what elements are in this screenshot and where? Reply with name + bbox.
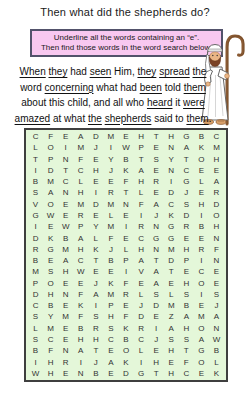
grid-cell: H <box>209 154 224 165</box>
grid-cell: D <box>88 131 103 142</box>
verse-line: about this child, and all who heard it w… <box>6 95 220 111</box>
grid-cell: E <box>149 165 164 176</box>
grid-cell: C <box>194 266 209 277</box>
grid-cell: L <box>118 244 133 255</box>
grid-cell: L <box>28 142 43 153</box>
grid-cell: B <box>73 323 88 334</box>
grid-cell: J <box>88 356 103 367</box>
grid-cell: E <box>58 199 73 210</box>
grid-cell: A <box>73 345 88 356</box>
grid-cell: F <box>43 131 58 142</box>
grid-cell: C <box>58 176 73 187</box>
grid-cell: S <box>149 289 164 300</box>
verse-word: amazed <box>15 113 51 124</box>
grid-cell: R <box>179 221 194 232</box>
grid-cell: T <box>179 154 194 165</box>
grid-cell: R <box>134 221 149 232</box>
grid-cell: F <box>118 176 133 187</box>
verse-word: told <box>165 82 181 93</box>
grid-cell: N <box>58 345 73 356</box>
grid-cell: G <box>134 368 149 379</box>
grid-cell: K <box>118 356 133 367</box>
grid-cell: M <box>194 311 209 322</box>
grid-cell: D <box>28 232 43 243</box>
grid-cell: T <box>179 345 194 356</box>
grid-cell: R <box>58 356 73 367</box>
grid-cell: M <box>43 176 58 187</box>
grid-cell: B <box>209 345 224 356</box>
grid-cell: E <box>58 323 73 334</box>
grid-cell: H <box>73 334 88 345</box>
grid-cell: G <box>164 232 179 243</box>
grid-cell: G <box>194 345 209 356</box>
grid-cell: P <box>73 221 88 232</box>
grid-cell: B <box>28 345 43 356</box>
grid-cell: E <box>103 176 118 187</box>
instruction-box: Underline all the words containing an “e… <box>30 29 223 57</box>
grid-cell: E <box>58 334 73 345</box>
verse-word: Him, <box>114 66 135 77</box>
grid-cell: E <box>118 210 133 221</box>
grid-cell: W <box>58 221 73 232</box>
grid-cell: A <box>88 289 103 300</box>
grid-cell: H <box>103 311 118 322</box>
grid-cell: K <box>118 323 133 334</box>
grid-cell: S <box>179 289 194 300</box>
grid-cell: J <box>149 210 164 221</box>
grid-cell: V <box>134 266 149 277</box>
grid-cell: H <box>179 323 194 334</box>
grid-cell: I <box>88 187 103 198</box>
grid-cell: T <box>28 154 43 165</box>
grid-cell: E <box>194 165 209 176</box>
grid-cell: D <box>88 199 103 210</box>
grid-cell: A <box>73 232 88 243</box>
grid-cell: M <box>164 244 179 255</box>
grid-cell: B <box>28 255 43 266</box>
grid-cell: E <box>103 368 118 379</box>
grid-cell: E <box>118 232 133 243</box>
grid-cell: C <box>179 165 194 176</box>
grid-cell: C <box>179 368 194 379</box>
grid-cell: C <box>164 199 179 210</box>
grid-cell: A <box>149 266 164 277</box>
grid-cell: O <box>194 154 209 165</box>
grid-cell: H <box>73 187 88 198</box>
grid-cell: D <box>43 165 58 176</box>
grid-cell: H <box>164 368 179 379</box>
grid-cell: T <box>149 255 164 266</box>
grid-cell: B <box>118 334 133 345</box>
grid-cell: D <box>164 255 179 266</box>
verse-word: about <box>21 97 46 108</box>
grid-cell: E <box>179 266 194 277</box>
grid-cell: I <box>118 221 133 232</box>
verse-word: spread <box>159 66 190 77</box>
grid-cell: H <box>179 244 194 255</box>
grid-cell: T <box>88 345 103 356</box>
verse-word: had <box>70 66 87 77</box>
grid-cell: E <box>194 232 209 243</box>
grid-cell: O <box>194 278 209 289</box>
grid-cell: M <box>43 323 58 334</box>
grid-cell: S <box>28 334 43 345</box>
grid-cell: P <box>118 255 133 266</box>
grid-cell: I <box>164 176 179 187</box>
grid-cell: I <box>134 356 149 367</box>
grid-cell: J <box>149 334 164 345</box>
grid-cell: D <box>28 289 43 300</box>
grid-cell: P <box>179 255 194 266</box>
grid-cell: E <box>88 154 103 165</box>
grid-cell: M <box>103 289 118 300</box>
grid-cell: I <box>28 221 43 232</box>
grid-cell: H <box>179 278 194 289</box>
grid-cell: F <box>179 356 194 367</box>
grid-cell: L <box>73 176 88 187</box>
grid-cell: Z <box>164 311 179 322</box>
grid-cell: E <box>149 187 164 198</box>
verse-line: word concerning what had been told them <box>6 80 220 96</box>
grid-cell: H <box>88 165 103 176</box>
grid-cell: A <box>134 255 149 266</box>
grid-cell: L <box>134 187 149 198</box>
grid-cell: E <box>118 131 133 142</box>
grid-cell: L <box>194 176 209 187</box>
grid-cell: B <box>28 176 43 187</box>
grid-cell: W <box>118 142 133 153</box>
grid-cell: H <box>43 289 58 300</box>
grid-cell: W <box>43 210 58 221</box>
grid-cell: A <box>179 142 194 153</box>
grid-cell: T <box>118 187 133 198</box>
grid-cell: I <box>28 356 43 367</box>
grid-cell: H <box>73 244 88 255</box>
grid-cell: L <box>209 356 224 367</box>
grid-cell: K <box>88 244 103 255</box>
grid-cell: P <box>43 154 58 165</box>
grid-cell: D <box>164 187 179 198</box>
verse-word: to <box>175 113 183 124</box>
grid-cell: P <box>134 142 149 153</box>
grid-cell: G <box>43 244 58 255</box>
grid-cell: L <box>134 345 149 356</box>
verse-word: had <box>120 82 137 93</box>
grid-cell: D <box>118 368 133 379</box>
grid-cell: Y <box>43 311 58 322</box>
verse-word: said <box>154 113 172 124</box>
grid-cell: H <box>134 176 149 187</box>
grid-cell: A <box>149 278 164 289</box>
grid-cell: N <box>58 187 73 198</box>
grid-cell: A <box>134 165 149 176</box>
grid-cell: M <box>58 311 73 322</box>
grid-cell: R <box>149 176 164 187</box>
verse-line: amazed at what the shepherds said to the… <box>6 111 220 127</box>
grid-cell: O <box>43 278 58 289</box>
grid-cell: M <box>28 266 43 277</box>
grid-cell: W <box>28 368 43 379</box>
grid-cell: E <box>194 368 209 379</box>
grid-cell: C <box>28 131 43 142</box>
eye-left <box>212 55 213 56</box>
grid-cell: S <box>209 289 224 300</box>
grid-cell: H <box>88 334 103 345</box>
grid-cell: Y <box>164 154 179 165</box>
verse-word: they <box>48 66 67 77</box>
grid-cell: F <box>118 311 133 322</box>
grid-cell: L <box>164 289 179 300</box>
grid-cell: E <box>88 176 103 187</box>
grid-cell: T <box>88 255 103 266</box>
grid-cell: I <box>149 323 164 334</box>
right-hand <box>225 74 230 79</box>
grid-cell: T <box>164 266 179 277</box>
grid-cell: C <box>134 232 149 243</box>
verse-word: all <box>113 97 123 108</box>
grid-cell: N <box>164 142 179 153</box>
grid-cell: Y <box>88 221 103 232</box>
verse-line: When they had seen Him, they spread the <box>6 64 220 80</box>
grid-cell: J <box>134 300 149 311</box>
grid-cell: E <box>194 300 209 311</box>
grid-cell: C <box>209 131 224 142</box>
verse-word: heard <box>147 97 173 108</box>
grid-cell: M <box>73 142 88 153</box>
grid-cell: M <box>103 131 118 142</box>
grid-cell: F <box>73 154 88 165</box>
grid-cell: N <box>73 368 88 379</box>
grid-cell: K <box>73 300 88 311</box>
grid-cell: F <box>103 232 118 243</box>
grid-cell: J <box>103 244 118 255</box>
grid-cell: L <box>88 232 103 243</box>
grid-cell: S <box>103 323 118 334</box>
grid-cell: P <box>28 278 43 289</box>
grid-cell: A <box>103 356 118 367</box>
grid-cell: N <box>118 199 133 210</box>
grid-cell: D <box>179 210 194 221</box>
grid-cell: C <box>73 165 88 176</box>
grid-cell: F <box>73 311 88 322</box>
grid-cell: M <box>209 142 224 153</box>
grid-cell: E <box>58 278 73 289</box>
grid-cell: H <box>58 266 73 277</box>
worksheet-page: Then what did the shepherds do? Underlin… <box>0 0 250 393</box>
grid-cell: C <box>73 255 88 266</box>
grid-cell: B <box>58 232 73 243</box>
grid-cell: A <box>149 199 164 210</box>
grid-cell: M <box>164 300 179 311</box>
grid-cell: G <box>164 221 179 232</box>
grid-cell: B <box>194 221 209 232</box>
grid-cell: E <box>88 266 103 277</box>
grid-cell: G <box>179 176 194 187</box>
grid-cell: E <box>58 131 73 142</box>
grid-cell: N <box>209 232 224 243</box>
grid-cell: J <box>209 300 224 311</box>
grid-cell: A <box>194 334 209 345</box>
grid-cell: A <box>179 311 194 322</box>
grid-cell: I <box>58 142 73 153</box>
grid-cell: P <box>103 300 118 311</box>
grid-cell: B <box>118 154 133 165</box>
grid-cell: T <box>58 165 73 176</box>
verse-word: child, <box>67 97 90 108</box>
grid-cell: H <box>149 356 164 367</box>
grid-cell: G <box>149 232 164 243</box>
grid-cell: O <box>194 323 209 334</box>
eye-right <box>217 55 218 56</box>
grid-cell: E <box>58 210 73 221</box>
word-search-grid: CFEADMEHTHGBCLOIMJIWPENAKMTPNFEYBTSYTOHI… <box>24 128 228 382</box>
staff-crook <box>227 36 243 124</box>
grid-cell: A <box>43 187 58 198</box>
grid-cell: K <box>194 142 209 153</box>
grid-cell: B <box>43 300 58 311</box>
grid-cell: H <box>164 131 179 142</box>
grid-cell: M <box>103 199 118 210</box>
grid-cell: R <box>88 323 103 334</box>
grid-cell: E <box>209 278 224 289</box>
grid-cell: B <box>88 368 103 379</box>
grid-cell: J <box>88 278 103 289</box>
grid-cell: R <box>118 289 133 300</box>
grid-cell: B <box>194 131 209 142</box>
grid-cell: J <box>88 142 103 153</box>
grid-cell: F <box>209 244 224 255</box>
grid-cell: E <box>103 266 118 277</box>
grid-cell: S <box>179 199 194 210</box>
grid-cell: N <box>149 221 164 232</box>
grid-cell: K <box>164 210 179 221</box>
verse-word: When <box>20 66 46 77</box>
verse-word: the <box>88 113 102 124</box>
verse-word: been <box>140 82 162 93</box>
grid-cell: J <box>179 187 194 198</box>
grid-cell: I <box>103 142 118 153</box>
verse-word: and <box>94 97 111 108</box>
grid-cell: O <box>43 199 58 210</box>
verse-word: seen <box>90 66 112 77</box>
grid-cell: C <box>28 300 43 311</box>
verse-punctuation: . <box>209 113 212 124</box>
grid-cell: J <box>103 165 118 176</box>
grid-cell: I <box>194 210 209 221</box>
grid-cell: T <box>134 154 149 165</box>
grid-cell: N <box>58 154 73 165</box>
grid-cell: E <box>209 165 224 176</box>
grid-cell: F <box>73 289 88 300</box>
verse-word: what <box>64 113 85 124</box>
grid-cell: N <box>209 255 224 266</box>
grid-cell: O <box>118 345 133 356</box>
grid-cell: S <box>43 266 58 277</box>
grid-cell: R <box>134 323 149 334</box>
grid-cell: C <box>103 334 118 345</box>
grid-cell: D <box>149 300 164 311</box>
grid-cell: S <box>28 311 43 322</box>
grid-cell: N <box>209 323 224 334</box>
grid-cell: R <box>209 187 224 198</box>
grid-cell: G <box>179 131 194 142</box>
grid-cell: S <box>88 311 103 322</box>
grid-cell: N <box>164 165 179 176</box>
grid-cell: S <box>28 187 43 198</box>
grid-cell: I <box>28 165 43 176</box>
grid-cell: R <box>28 244 43 255</box>
grid-cell: W <box>209 334 224 345</box>
grid-cell: A <box>209 311 224 322</box>
grid-cell: H <box>209 221 224 232</box>
grid-cell: E <box>134 278 149 289</box>
grid-cell: H <box>134 244 149 255</box>
grid-cell: H <box>194 199 209 210</box>
verse-word: this <box>49 97 65 108</box>
grid-cell: I <box>194 255 209 266</box>
grid-cell: M <box>73 199 88 210</box>
grid-cell: O <box>194 356 209 367</box>
instruction-line-2: Then find those words in the word search… <box>32 43 221 53</box>
verse-word: word <box>20 82 42 93</box>
grid-cell: E <box>149 345 164 356</box>
grid-cell: I <box>134 210 149 221</box>
grid-cell: T <box>149 368 164 379</box>
grid-cell: E <box>88 210 103 221</box>
grid-cell: H <box>134 131 149 142</box>
verse-word: at <box>53 113 61 124</box>
grid-cell: E <box>43 255 58 266</box>
grid-cell: I <box>118 266 133 277</box>
grid-cell: K <box>103 278 118 289</box>
grid-cell: E <box>73 278 88 289</box>
grid-cell: N <box>149 244 164 255</box>
grid-cell: M <box>103 221 118 232</box>
grid-cell: E <box>103 345 118 356</box>
grid-cell: G <box>28 210 43 221</box>
verse-word: the <box>193 66 207 77</box>
grid-cell: E <box>149 142 164 153</box>
grid-cell: F <box>118 278 133 289</box>
grid-cell: C <box>134 334 149 345</box>
grid-cell: A <box>164 323 179 334</box>
grid-cell: H <box>164 345 179 356</box>
grid-cell: S <box>179 334 194 345</box>
verse-word: who <box>126 97 144 108</box>
grid-cell: K <box>209 368 224 379</box>
grid-cell: K <box>118 165 133 176</box>
verse-word: they <box>137 66 156 77</box>
grid-cell: L <box>103 210 118 221</box>
grid-cell: E <box>58 300 73 311</box>
headband <box>208 49 222 51</box>
verse-word: concerning <box>45 82 94 93</box>
grid-cell: B <box>179 300 194 311</box>
grid-cell: D <box>134 311 149 322</box>
grid-cell: E <box>194 187 209 198</box>
verse-word: them <box>184 82 206 93</box>
grid-cell: I <box>88 300 103 311</box>
grid-cell: C <box>43 334 58 345</box>
grid-cell: A <box>58 255 73 266</box>
grid-cell: A <box>73 131 88 142</box>
grid-cell: I <box>194 289 209 300</box>
grid-cell: E <box>149 311 164 322</box>
grid-cell: K <box>43 232 58 243</box>
verse-word: them <box>186 113 208 124</box>
verse-word: shepherds <box>105 113 152 124</box>
verse-word: it <box>175 97 180 108</box>
